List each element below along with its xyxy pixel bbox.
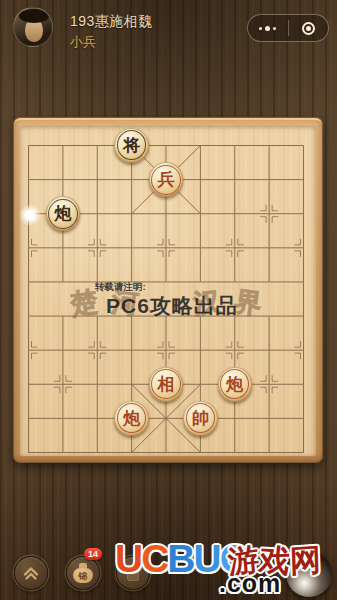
watermark-letter: C	[141, 539, 167, 578]
watermark-letter: U	[115, 539, 141, 578]
piece-char: 兵	[158, 171, 175, 188]
board-point: 将	[114, 128, 148, 162]
watermark-letter: U	[194, 539, 220, 578]
board-point: 相	[149, 367, 183, 401]
watermark-brand: PC6攻略出品	[106, 292, 238, 320]
piece-char: 相	[158, 375, 175, 392]
more-options-button[interactable]	[248, 15, 288, 41]
xiangqi-app-screen: 193惠施相魏 小兵 楚河汉界 将兵炮相炮炮帥 转载请注明: PC6攻略出品 锦…	[0, 0, 337, 600]
piece-char: 帥	[192, 409, 209, 426]
board-point: 炮	[218, 367, 252, 401]
chevron-up-icon	[22, 565, 40, 582]
watermark-cn-char: 网	[289, 544, 321, 577]
hint-bag-button[interactable]: 锦	[66, 556, 100, 590]
exit-button[interactable]	[289, 15, 329, 41]
piece-char: 炮	[123, 409, 140, 426]
collapse-button[interactable]	[14, 556, 48, 590]
level-title: 193惠施相魏	[70, 13, 153, 31]
circle-dot-icon	[302, 22, 315, 35]
rank-label: 小兵	[70, 33, 96, 51]
board-point: 炮	[46, 197, 80, 231]
xiangqi-board[interactable]: 楚河汉界 将兵炮相炮炮帥	[14, 118, 322, 462]
miniprogram-capsule	[247, 14, 329, 42]
ellipsis-icon	[265, 26, 270, 31]
piece-black-cannon[interactable]: 炮	[46, 196, 80, 231]
ellipsis-icon	[273, 27, 276, 30]
watermark-letter: B	[167, 539, 193, 578]
piece-char: 将	[123, 136, 140, 153]
board-point: 兵	[149, 163, 183, 197]
site-watermark-com: .com	[219, 571, 281, 596]
piece-red-general[interactable]: 帥	[183, 401, 217, 436]
avatar[interactable]	[13, 7, 53, 47]
cursor-dot	[19, 204, 41, 226]
money-bag-icon: 锦	[73, 568, 93, 583]
piece-char: 炮	[226, 375, 243, 392]
board-point: 炮	[114, 401, 148, 435]
piece-red-soldier[interactable]: 兵	[149, 162, 183, 197]
ellipsis-icon	[259, 27, 262, 30]
board-point: 帥	[183, 401, 217, 435]
piece-char: 炮	[54, 205, 71, 222]
piece-red-cannon[interactable]: 炮	[114, 401, 148, 436]
hint-count-badge: 14	[84, 548, 102, 560]
piece-red-cannon[interactable]: 炮	[218, 367, 252, 402]
piece-red-elephant[interactable]: 相	[149, 367, 183, 402]
piece-black-general[interactable]: 将	[114, 128, 148, 163]
